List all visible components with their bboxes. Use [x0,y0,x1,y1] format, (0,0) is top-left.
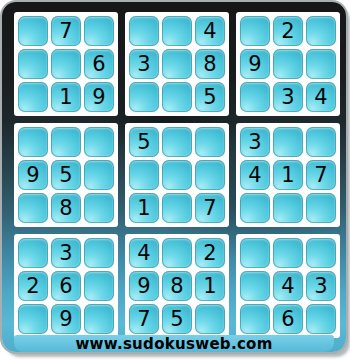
cell-r5c6[interactable] [195,160,225,190]
box-r2c2: 436 [236,234,340,338]
cell-r9c1[interactable] [18,304,48,334]
cell-r4c1[interactable] [18,127,48,157]
cell-r3c7[interactable] [240,82,270,112]
cell-r6c8[interactable] [273,193,303,223]
cell-r8c7[interactable] [240,271,270,301]
cell-r3c3[interactable]: 9 [84,82,114,112]
cell-r2c9[interactable] [306,49,336,79]
cell-r4c9[interactable] [306,127,336,157]
cell-r6c5[interactable] [162,193,192,223]
cell-r3c5[interactable] [162,82,192,112]
cell-r9c5[interactable]: 5 [162,304,192,334]
cell-r5c1[interactable]: 9 [18,160,48,190]
cell-r9c9[interactable] [306,304,336,334]
cell-r1c7[interactable] [240,16,270,46]
box-r2c0: 3269 [14,234,118,338]
cell-r4c7[interactable]: 3 [240,127,270,157]
cell-r7c8[interactable] [273,238,303,268]
cell-r7c2[interactable]: 3 [51,238,81,268]
cell-r7c4[interactable]: 4 [129,238,159,268]
box-r0c0: 7619 [14,12,118,116]
box-r1c2: 3417 [236,123,340,227]
sudoku-board-frame: 761943852934958517341732694298175436 www… [2,2,346,352]
footer-band: www.sudokusweb.com [14,335,334,352]
cell-r9c4[interactable]: 7 [129,304,159,334]
box-r1c1: 517 [125,123,229,227]
cell-r2c4[interactable]: 3 [129,49,159,79]
cell-r4c8[interactable] [273,127,303,157]
cell-r6c2[interactable]: 8 [51,193,81,223]
cell-r9c8[interactable]: 6 [273,304,303,334]
cell-r7c6[interactable]: 2 [195,238,225,268]
cell-r6c6[interactable]: 7 [195,193,225,223]
cell-r9c2[interactable]: 9 [51,304,81,334]
cell-r4c5[interactable] [162,127,192,157]
cell-r2c1[interactable] [18,49,48,79]
cell-r8c2[interactable]: 6 [51,271,81,301]
cell-r1c6[interactable]: 4 [195,16,225,46]
cell-r8c5[interactable]: 8 [162,271,192,301]
cell-r1c2[interactable]: 7 [51,16,81,46]
cell-r7c3[interactable] [84,238,114,268]
box-r0c2: 2934 [236,12,340,116]
cell-r8c8[interactable]: 4 [273,271,303,301]
cell-r2c5[interactable] [162,49,192,79]
cell-r2c6[interactable]: 8 [195,49,225,79]
cell-r1c9[interactable] [306,16,336,46]
cell-r5c4[interactable] [129,160,159,190]
cell-r1c5[interactable] [162,16,192,46]
cell-r8c9[interactable]: 3 [306,271,336,301]
cell-r3c6[interactable]: 5 [195,82,225,112]
cell-r7c9[interactable] [306,238,336,268]
cell-r4c4[interactable]: 5 [129,127,159,157]
cell-r6c7[interactable] [240,193,270,223]
cell-r3c4[interactable] [129,82,159,112]
cell-r7c7[interactable] [240,238,270,268]
cell-r8c4[interactable]: 9 [129,271,159,301]
cell-r6c9[interactable] [306,193,336,223]
cell-r6c3[interactable] [84,193,114,223]
cell-r2c8[interactable] [273,49,303,79]
cell-r6c4[interactable]: 1 [129,193,159,223]
cell-r2c3[interactable]: 6 [84,49,114,79]
cell-r6c1[interactable] [18,193,48,223]
cell-r1c8[interactable]: 2 [273,16,303,46]
cell-r5c7[interactable]: 4 [240,160,270,190]
cell-r1c3[interactable] [84,16,114,46]
cell-r2c7[interactable]: 9 [240,49,270,79]
cell-r5c5[interactable] [162,160,192,190]
cell-r8c3[interactable] [84,271,114,301]
cell-r7c5[interactable] [162,238,192,268]
cell-r8c1[interactable]: 2 [18,271,48,301]
cell-r3c1[interactable] [18,82,48,112]
cell-r5c3[interactable] [84,160,114,190]
cell-r9c6[interactable] [195,304,225,334]
sudoku-grid: 761943852934958517341732694298175436 [14,12,340,338]
cell-r9c7[interactable] [240,304,270,334]
cell-r4c6[interactable] [195,127,225,157]
cell-r7c1[interactable] [18,238,48,268]
cell-r3c9[interactable]: 4 [306,82,336,112]
cell-r4c3[interactable] [84,127,114,157]
cell-r3c2[interactable]: 1 [51,82,81,112]
cell-r8c6[interactable]: 1 [195,271,225,301]
cell-r5c9[interactable]: 7 [306,160,336,190]
cell-r9c3[interactable] [84,304,114,334]
cell-r1c1[interactable] [18,16,48,46]
box-r2c1: 4298175 [125,234,229,338]
cell-r2c2[interactable] [51,49,81,79]
site-url-label: www.sudokusweb.com [75,335,272,353]
cell-r4c2[interactable] [51,127,81,157]
box-r0c1: 4385 [125,12,229,116]
cell-r3c8[interactable]: 3 [273,82,303,112]
cell-r5c8[interactable]: 1 [273,160,303,190]
cell-r1c4[interactable] [129,16,159,46]
box-r1c0: 958 [14,123,118,227]
cell-r5c2[interactable]: 5 [51,160,81,190]
